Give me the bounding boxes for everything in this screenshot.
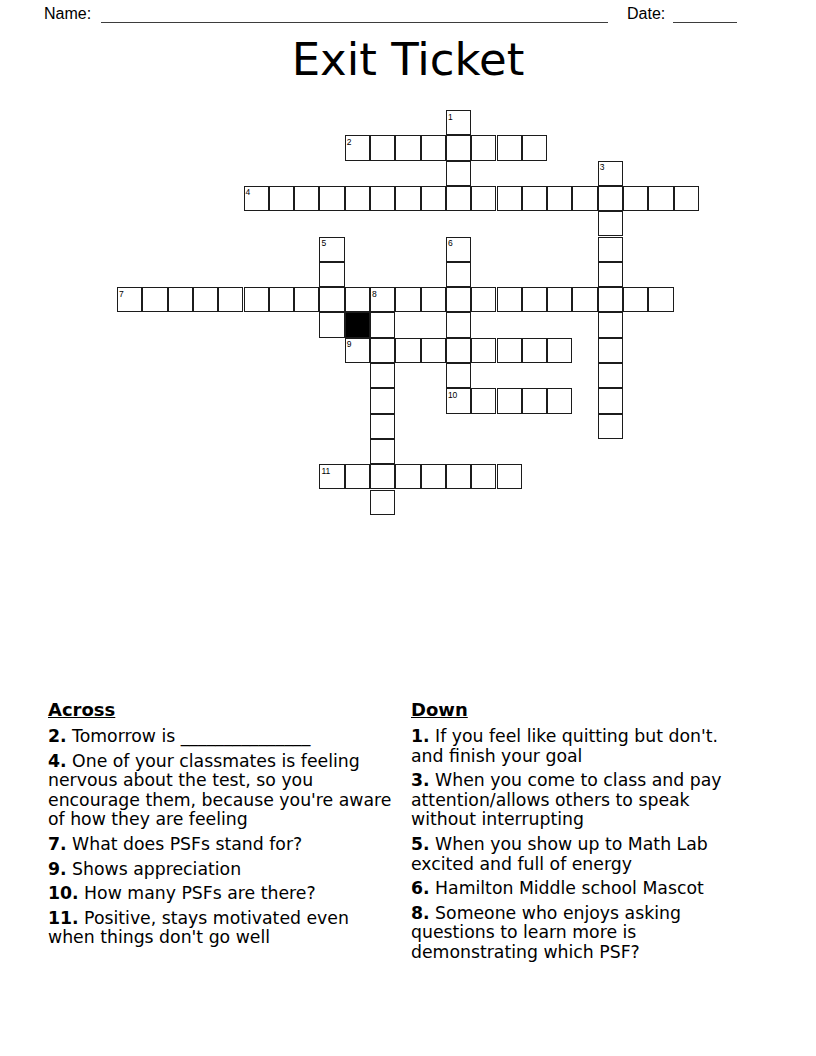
clue-number: 7. — [48, 834, 67, 854]
clue: 4. One of your classmates is feeling ner… — [48, 752, 405, 830]
crossword-cell[interactable] — [471, 464, 496, 489]
crossword-cell[interactable] — [345, 186, 370, 211]
crossword-cell[interactable] — [395, 287, 420, 312]
page-title: Exit Ticket — [0, 33, 816, 87]
crossword-cell[interactable] — [370, 490, 395, 515]
crossword-cell[interactable] — [168, 287, 193, 312]
crossword-cell[interactable] — [648, 186, 673, 211]
crossword-cell[interactable] — [244, 287, 269, 312]
crossword-cell[interactable] — [598, 262, 623, 287]
down-heading: Down — [411, 700, 763, 720]
clue: 11. Positive, stays motivated even when … — [48, 909, 405, 948]
crossword-cell[interactable] — [547, 287, 572, 312]
crossword-cell[interactable] — [370, 363, 395, 388]
crossword-cell[interactable] — [598, 414, 623, 439]
crossword-cell[interactable] — [446, 363, 471, 388]
cell-number: 10 — [448, 391, 457, 400]
crossword-cell[interactable] — [421, 186, 446, 211]
crossword-cell[interactable] — [522, 135, 547, 160]
cell-number: 11 — [321, 467, 330, 476]
crossword-cell[interactable] — [598, 338, 623, 363]
crossword-cell[interactable] — [395, 338, 420, 363]
clue-text: One of your classmates is feeling nervou… — [48, 751, 391, 830]
crossword-cell[interactable] — [218, 287, 243, 312]
crossword-cell[interactable] — [446, 312, 471, 337]
crossword-cell[interactable] — [446, 186, 471, 211]
crossword-cell[interactable] — [598, 287, 623, 312]
crossword-cell[interactable] — [395, 186, 420, 211]
page: { "game": "crossword", "header": { "name… — [0, 0, 816, 1056]
crossword-cell[interactable] — [497, 338, 522, 363]
crossword-cell[interactable] — [471, 287, 496, 312]
clue-text: When you come to class and pay attention… — [411, 770, 722, 829]
down-clues-section: Down 1. If you feel like quitting but do… — [411, 700, 763, 968]
clue-number: 2. — [48, 726, 67, 746]
crossword-cell[interactable] — [598, 186, 623, 211]
crossword-cell[interactable] — [547, 388, 572, 413]
clue-number: 3. — [411, 770, 430, 790]
clue-number: 5. — [411, 834, 430, 854]
clue-text: If you feel like quitting but don't. and… — [411, 726, 718, 766]
crossword-cell[interactable] — [471, 388, 496, 413]
crossword-cell[interactable] — [547, 186, 572, 211]
clue: 8. Someone who enjoys asking questions t… — [411, 904, 763, 963]
crossword-cell[interactable] — [319, 186, 344, 211]
crossword-cell[interactable] — [598, 363, 623, 388]
clue-text: Shows appreciation — [67, 859, 242, 879]
crossword-cell[interactable] — [497, 464, 522, 489]
clue-number: 6. — [411, 878, 430, 898]
crossword-cell[interactable] — [294, 287, 319, 312]
crossword-cell[interactable] — [446, 338, 471, 363]
crossword-cell[interactable] — [446, 135, 471, 160]
cell-number: 9 — [347, 340, 352, 349]
crossword-cell[interactable] — [572, 186, 597, 211]
crossword-cell[interactable] — [370, 388, 395, 413]
crossword-cell[interactable] — [598, 388, 623, 413]
clue: 10. How many PSFs are there? — [48, 884, 405, 904]
clue: 6. Hamilton Middle school Mascot — [411, 879, 763, 899]
clue-text: Tomorrow is _______________ — [67, 726, 311, 746]
crossword-cell[interactable] — [598, 312, 623, 337]
clue-text: Someone who enjoys asking questions to l… — [411, 903, 681, 962]
crossword-cell[interactable] — [370, 312, 395, 337]
crossword-cell[interactable] — [370, 338, 395, 363]
clue-number: 8. — [411, 903, 430, 923]
crossword-cell[interactable] — [522, 287, 547, 312]
cell-number: 8 — [372, 290, 377, 299]
crossword-cell[interactable] — [497, 388, 522, 413]
crossword-cell[interactable] — [370, 414, 395, 439]
across-heading: Across — [48, 700, 405, 720]
clue: 1. If you feel like quitting but don't. … — [411, 727, 763, 766]
clue-number: 11. — [48, 908, 79, 928]
crossword-cell[interactable] — [370, 464, 395, 489]
clue-number: 9. — [48, 859, 67, 879]
cell-number: 6 — [448, 239, 453, 248]
clue: 7. What does PSFs stand for? — [48, 835, 405, 855]
crossword-cell[interactable] — [522, 388, 547, 413]
crossword-cell[interactable] — [471, 186, 496, 211]
crossword-cell[interactable] — [623, 287, 648, 312]
crossword-board: 1234567891011 — [117, 110, 700, 516]
clue: 2. Tomorrow is _______________ — [48, 727, 405, 747]
clue-text: Positive, stays motivated even when thin… — [48, 908, 349, 948]
cell-number: 4 — [246, 188, 251, 197]
crossword-cell[interactable] — [370, 186, 395, 211]
crossword-cell[interactable] — [446, 161, 471, 186]
crossword-cell[interactable] — [421, 464, 446, 489]
crossword-cell[interactable] — [421, 135, 446, 160]
crossword-cell[interactable] — [395, 464, 420, 489]
clue-text: Hamilton Middle school Mascot — [430, 878, 704, 898]
cell-number: 3 — [600, 163, 605, 172]
crossword-cell[interactable] — [421, 338, 446, 363]
clue-text: What does PSFs stand for? — [67, 834, 303, 854]
across-clues-section: Across 2. Tomorrow is _______________4. … — [48, 700, 405, 953]
cell-number: 2 — [347, 138, 352, 147]
crossword-cell[interactable] — [142, 287, 167, 312]
crossword-cell[interactable] — [294, 186, 319, 211]
black-cell — [345, 312, 370, 337]
crossword-cell[interactable] — [497, 135, 522, 160]
crossword-cell[interactable] — [674, 186, 699, 211]
clue: 9. Shows appreciation — [48, 860, 405, 880]
crossword-cell[interactable] — [446, 262, 471, 287]
crossword-cell[interactable] — [471, 338, 496, 363]
cell-number: 5 — [321, 239, 326, 248]
crossword-cell[interactable] — [623, 186, 648, 211]
crossword-cell[interactable] — [269, 287, 294, 312]
crossword-cell[interactable] — [497, 186, 522, 211]
crossword-cell[interactable] — [598, 237, 623, 262]
clue-number: 1. — [411, 726, 430, 746]
crossword-cell[interactable] — [269, 186, 294, 211]
crossword-cell[interactable] — [370, 135, 395, 160]
date-input-line[interactable] — [673, 22, 737, 23]
cell-number: 7 — [119, 290, 124, 299]
crossword-cell[interactable] — [345, 464, 370, 489]
crossword-cell[interactable] — [471, 135, 496, 160]
crossword-cell[interactable] — [319, 262, 344, 287]
name-input-line[interactable] — [101, 22, 608, 23]
clue-text: When you show up to Math Lab excited and… — [411, 834, 708, 874]
crossword-cell[interactable] — [319, 287, 344, 312]
clue-number: 4. — [48, 751, 67, 771]
crossword-cell[interactable] — [572, 287, 597, 312]
clue: 3. When you come to class and pay attent… — [411, 771, 763, 830]
crossword-cell[interactable] — [598, 211, 623, 236]
crossword-cell[interactable] — [446, 464, 471, 489]
clue-number: 10. — [48, 883, 79, 903]
clue: 5. When you show up to Math Lab excited … — [411, 835, 763, 874]
date-label: Date: — [627, 5, 665, 23]
crossword-cell[interactable] — [497, 287, 522, 312]
crossword-cell[interactable] — [648, 287, 673, 312]
crossword-cell[interactable] — [522, 186, 547, 211]
clue-text: How many PSFs are there? — [79, 883, 316, 903]
crossword-cell[interactable] — [421, 287, 446, 312]
cell-number: 1 — [448, 113, 453, 122]
crossword-cell[interactable] — [319, 312, 344, 337]
crossword-cell[interactable] — [345, 287, 370, 312]
crossword-cell[interactable] — [446, 287, 471, 312]
crossword-cell[interactable] — [370, 439, 395, 464]
crossword-cell[interactable] — [395, 135, 420, 160]
name-label: Name: — [44, 5, 91, 23]
crossword-cell[interactable] — [193, 287, 218, 312]
crossword-cell[interactable] — [522, 338, 547, 363]
crossword-cell[interactable] — [547, 338, 572, 363]
across-clue-list: 2. Tomorrow is _______________4. One of … — [48, 727, 405, 948]
down-clue-list: 1. If you feel like quitting but don't. … — [411, 727, 763, 963]
